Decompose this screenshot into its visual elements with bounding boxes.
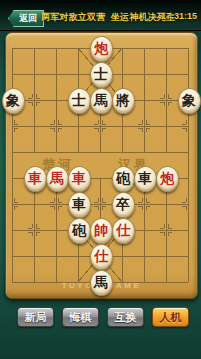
vs-ai-button[interactable]: 人机	[152, 307, 189, 327]
piece-red-horse[interactable]: 馬	[46, 166, 69, 192]
piece-black-horse[interactable]: 馬	[90, 270, 113, 296]
piece-black-soldier[interactable]: 卒	[112, 192, 135, 218]
piece-black-elephant[interactable]: 象	[2, 88, 25, 114]
piece-black-chariot[interactable]: 車	[68, 192, 91, 218]
back-button[interactable]: 返回	[8, 10, 44, 27]
piece-black-elephant[interactable]: 象	[178, 88, 201, 114]
piece-red-general[interactable]: 帥	[90, 218, 113, 244]
top-bar: 返回 两军对敌立双营 坐运神机决死生 17:31:15	[0, 0, 201, 31]
piece-red-chariot[interactable]: 車	[24, 166, 47, 192]
piece-red-advisor[interactable]: 仕	[90, 244, 113, 270]
piece-red-cannon[interactable]: 炮	[156, 166, 179, 192]
piece-black-general[interactable]: 將	[112, 88, 135, 114]
piece-black-cannon[interactable]: 砲	[68, 218, 91, 244]
piece-black-advisor[interactable]: 士	[68, 88, 91, 114]
piece-black-horse[interactable]: 馬	[90, 88, 113, 114]
clock-time: 17:31:15	[161, 11, 197, 21]
piece-black-advisor[interactable]: 士	[90, 62, 113, 88]
xiangqi-board: 楚河 汉界 TUYOO GAME 炮士象士馬將象車馬車砲車炮車卒砲帥仕仕馬	[5, 32, 198, 299]
puzzle-title: 两军对敌立双营 坐运神机决死生	[41, 11, 175, 24]
piece-red-advisor[interactable]: 仕	[112, 218, 135, 244]
pieces-layer: 炮士象士馬將象車馬車砲車炮車卒砲帥仕仕馬	[6, 33, 197, 298]
piece-red-chariot[interactable]: 車	[68, 166, 91, 192]
piece-black-cannon[interactable]: 砲	[112, 166, 135, 192]
piece-red-cannon[interactable]: 炮	[90, 36, 113, 62]
app-screen: 返回 两军对敌立双营 坐运神机决死生 17:31:15 楚河 汉界 TUYOO …	[0, 0, 201, 359]
piece-black-chariot[interactable]: 車	[134, 166, 157, 192]
undo-move-button[interactable]: 悔棋	[62, 307, 99, 327]
swap-sides-button[interactable]: 互换	[107, 307, 144, 327]
new-game-button[interactable]: 新局	[17, 307, 54, 327]
